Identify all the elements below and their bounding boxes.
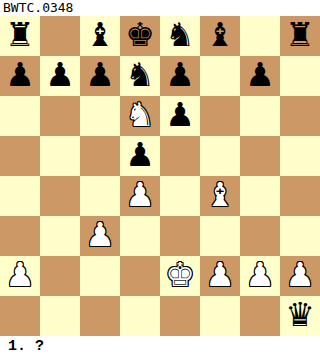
square-b4[interactable] bbox=[40, 176, 80, 216]
piece-white-pawn[interactable]: ♟ bbox=[125, 176, 155, 215]
square-f2[interactable]: ♟ bbox=[200, 256, 240, 296]
piece-black-pawn[interactable]: ♟ bbox=[5, 56, 35, 95]
square-g8[interactable] bbox=[240, 16, 280, 56]
piece-black-pawn[interactable]: ♟ bbox=[245, 56, 275, 95]
square-h1[interactable]: ♛ bbox=[280, 296, 320, 336]
square-a3[interactable] bbox=[0, 216, 40, 256]
square-g7[interactable]: ♟ bbox=[240, 56, 280, 96]
square-g3[interactable] bbox=[240, 216, 280, 256]
square-f3[interactable] bbox=[200, 216, 240, 256]
puzzle-id: BWTC.0348 bbox=[3, 0, 73, 15]
piece-black-pawn[interactable]: ♟ bbox=[165, 96, 195, 135]
square-d6[interactable]: ♞ bbox=[120, 96, 160, 136]
square-f7[interactable] bbox=[200, 56, 240, 96]
piece-white-king[interactable]: ♚ bbox=[165, 256, 195, 295]
square-e8[interactable]: ♞ bbox=[160, 16, 200, 56]
piece-black-bishop[interactable]: ♝ bbox=[205, 16, 235, 55]
piece-black-pawn[interactable]: ♟ bbox=[45, 56, 75, 95]
square-h7[interactable] bbox=[280, 56, 320, 96]
square-d3[interactable] bbox=[120, 216, 160, 256]
square-e1[interactable] bbox=[160, 296, 200, 336]
square-a6[interactable] bbox=[0, 96, 40, 136]
piece-black-rook[interactable]: ♜ bbox=[285, 16, 315, 55]
square-c5[interactable] bbox=[80, 136, 120, 176]
square-c2[interactable] bbox=[80, 256, 120, 296]
square-a8[interactable]: ♜ bbox=[0, 16, 40, 56]
piece-black-queen[interactable]: ♛ bbox=[285, 296, 315, 335]
chess-puzzle-window: BWTC.0348 ♜♝♚♞♝♜♟♟♟♞♟♟♞♟♟♟♝♟♟♚♟♟♟♛ 1. ? bbox=[0, 0, 320, 360]
square-d8[interactable]: ♚ bbox=[120, 16, 160, 56]
piece-black-rook[interactable]: ♜ bbox=[5, 16, 35, 55]
square-d1[interactable] bbox=[120, 296, 160, 336]
square-b6[interactable] bbox=[40, 96, 80, 136]
square-h5[interactable] bbox=[280, 136, 320, 176]
piece-white-knight[interactable]: ♞ bbox=[125, 96, 155, 135]
square-e4[interactable] bbox=[160, 176, 200, 216]
square-h8[interactable]: ♜ bbox=[280, 16, 320, 56]
square-c8[interactable]: ♝ bbox=[80, 16, 120, 56]
piece-white-pawn[interactable]: ♟ bbox=[245, 256, 275, 295]
piece-black-pawn[interactable]: ♟ bbox=[85, 56, 115, 95]
square-b2[interactable] bbox=[40, 256, 80, 296]
piece-white-pawn[interactable]: ♟ bbox=[285, 256, 315, 295]
square-h3[interactable] bbox=[280, 216, 320, 256]
piece-black-king[interactable]: ♚ bbox=[125, 16, 155, 55]
piece-white-pawn[interactable]: ♟ bbox=[205, 256, 235, 295]
square-g1[interactable] bbox=[240, 296, 280, 336]
square-a5[interactable] bbox=[0, 136, 40, 176]
piece-black-knight[interactable]: ♞ bbox=[165, 16, 195, 55]
piece-white-bishop[interactable]: ♝ bbox=[205, 176, 235, 215]
square-e5[interactable] bbox=[160, 136, 200, 176]
square-f6[interactable] bbox=[200, 96, 240, 136]
square-b1[interactable] bbox=[40, 296, 80, 336]
piece-black-pawn[interactable]: ♟ bbox=[165, 56, 195, 95]
square-f4[interactable]: ♝ bbox=[200, 176, 240, 216]
square-e2[interactable]: ♚ bbox=[160, 256, 200, 296]
square-d2[interactable] bbox=[120, 256, 160, 296]
piece-white-pawn[interactable]: ♟ bbox=[5, 256, 35, 295]
square-f1[interactable] bbox=[200, 296, 240, 336]
move-prompt: 1. ? bbox=[8, 338, 44, 355]
square-h2[interactable]: ♟ bbox=[280, 256, 320, 296]
square-a1[interactable] bbox=[0, 296, 40, 336]
status-bar: 1. ? bbox=[0, 336, 320, 360]
square-e7[interactable]: ♟ bbox=[160, 56, 200, 96]
square-g2[interactable]: ♟ bbox=[240, 256, 280, 296]
square-g4[interactable] bbox=[240, 176, 280, 216]
piece-white-pawn[interactable]: ♟ bbox=[85, 216, 115, 255]
title-bar: BWTC.0348 bbox=[0, 0, 320, 16]
square-b8[interactable] bbox=[40, 16, 80, 56]
square-h6[interactable] bbox=[280, 96, 320, 136]
square-c4[interactable] bbox=[80, 176, 120, 216]
square-a4[interactable] bbox=[0, 176, 40, 216]
square-h4[interactable] bbox=[280, 176, 320, 216]
piece-black-pawn[interactable]: ♟ bbox=[125, 136, 155, 175]
square-c7[interactable]: ♟ bbox=[80, 56, 120, 96]
square-d7[interactable]: ♞ bbox=[120, 56, 160, 96]
square-c1[interactable] bbox=[80, 296, 120, 336]
square-c6[interactable] bbox=[80, 96, 120, 136]
square-d5[interactable]: ♟ bbox=[120, 136, 160, 176]
square-b5[interactable] bbox=[40, 136, 80, 176]
square-a7[interactable]: ♟ bbox=[0, 56, 40, 96]
piece-black-bishop[interactable]: ♝ bbox=[85, 16, 115, 55]
square-e6[interactable]: ♟ bbox=[160, 96, 200, 136]
square-c3[interactable]: ♟ bbox=[80, 216, 120, 256]
piece-black-knight[interactable]: ♞ bbox=[125, 56, 155, 95]
chess-board: ♜♝♚♞♝♜♟♟♟♞♟♟♞♟♟♟♝♟♟♚♟♟♟♛ bbox=[0, 16, 320, 336]
square-e3[interactable] bbox=[160, 216, 200, 256]
square-g6[interactable] bbox=[240, 96, 280, 136]
square-d4[interactable]: ♟ bbox=[120, 176, 160, 216]
square-a2[interactable]: ♟ bbox=[0, 256, 40, 296]
square-f5[interactable] bbox=[200, 136, 240, 176]
square-b3[interactable] bbox=[40, 216, 80, 256]
square-b7[interactable]: ♟ bbox=[40, 56, 80, 96]
square-g5[interactable] bbox=[240, 136, 280, 176]
square-f8[interactable]: ♝ bbox=[200, 16, 240, 56]
